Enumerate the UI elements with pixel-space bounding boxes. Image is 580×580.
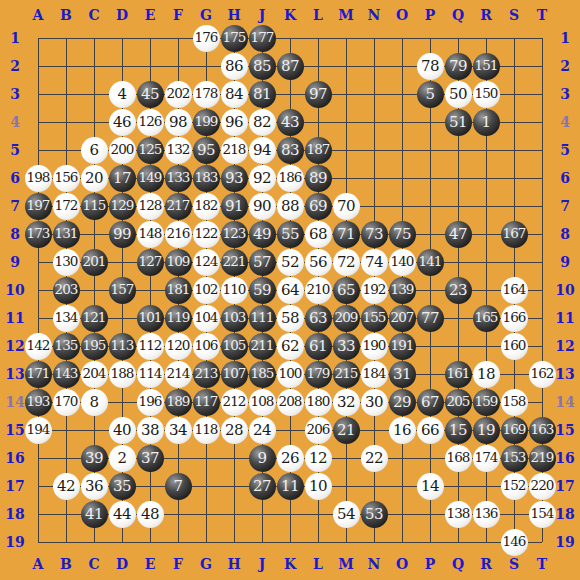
stone-black-73[interactable]: 73 [361,221,388,248]
stone-white-8[interactable]: 8 [81,389,108,416]
stone-black-9[interactable]: 9 [249,445,276,472]
stone-black-191[interactable]: 191 [389,333,416,360]
stone-black-185[interactable]: 185 [249,361,276,388]
stone-white-30[interactable]: 30 [361,389,388,416]
move-number: 41 [85,507,103,522]
stone-black-175[interactable]: 175 [221,25,248,52]
move-number: 89 [309,171,327,186]
stone-white-154[interactable]: 154 [529,501,556,528]
stone-black-129[interactable]: 129 [109,193,136,220]
stone-black-157[interactable]: 157 [109,277,136,304]
move-number: 177 [251,31,274,45]
move-number: 184 [363,367,386,381]
stone-white-156[interactable]: 156 [53,165,80,192]
stone-black-141[interactable]: 141 [417,249,444,276]
move-number: 115 [83,199,106,213]
stone-black-61[interactable]: 61 [305,333,332,360]
stone-white-186[interactable]: 186 [277,165,304,192]
stone-black-11[interactable]: 11 [277,473,304,500]
stone-black-105[interactable]: 105 [221,333,248,360]
move-number: 119 [167,311,190,325]
move-number: 87 [281,59,299,74]
move-number: 11 [281,479,299,494]
move-number: 140 [391,255,414,269]
move-number: 105 [223,339,246,353]
stone-black-189[interactable]: 189 [165,389,192,416]
stone-white-112[interactable]: 112 [137,333,164,360]
stone-white-212[interactable]: 212 [221,389,248,416]
stone-white-138[interactable]: 138 [445,501,472,528]
stone-black-151[interactable]: 151 [473,53,500,80]
stone-white-124[interactable]: 124 [193,249,220,276]
stone-black-209[interactable]: 209 [333,305,360,332]
stone-black-95[interactable]: 95 [193,137,220,164]
move-number: 191 [391,339,414,353]
stone-black-57[interactable]: 57 [249,249,276,276]
stone-black-179[interactable]: 179 [305,361,332,388]
stone-black-65[interactable]: 65 [333,277,360,304]
move-number: 73 [365,227,383,242]
stone-black-115[interactable]: 115 [81,193,108,220]
stone-white-196[interactable]: 196 [137,389,164,416]
stone-white-4[interactable]: 4 [109,81,136,108]
stone-white-122[interactable]: 122 [193,221,220,248]
stone-white-188[interactable]: 188 [109,361,136,388]
stone-white-128[interactable]: 128 [137,193,164,220]
move-number: 173 [27,227,50,241]
move-number: 169 [503,423,526,437]
stone-black-51[interactable]: 51 [445,109,472,136]
stone-black-21[interactable]: 21 [333,417,360,444]
stone-black-85[interactable]: 85 [249,53,276,80]
stone-black-183[interactable]: 183 [193,165,220,192]
stone-white-180[interactable]: 180 [305,389,332,416]
stone-black-177[interactable]: 177 [249,25,276,52]
move-number: 118 [195,423,218,437]
stone-white-136[interactable]: 136 [473,501,500,528]
stone-black-107[interactable]: 107 [221,361,248,388]
stone-black-47[interactable]: 47 [445,221,472,248]
stone-black-103[interactable]: 103 [221,305,248,332]
move-number: 79 [449,59,467,74]
stone-white-100[interactable]: 100 [277,361,304,388]
move-number: 12 [309,451,327,466]
move-number: 96 [225,115,243,130]
stone-black-71[interactable]: 71 [333,221,360,248]
stone-black-43[interactable]: 43 [277,109,304,136]
stone-white-90[interactable]: 90 [249,193,276,220]
move-number: 151 [475,59,498,73]
move-number: 114 [139,367,162,381]
stone-white-220[interactable]: 220 [529,473,556,500]
move-number: 49 [253,227,271,242]
stone-black-19[interactable]: 19 [473,417,500,444]
stone-black-153[interactable]: 153 [501,445,528,472]
stone-black-121[interactable]: 121 [81,305,108,332]
stone-black-93[interactable]: 93 [221,165,248,192]
stone-black-215[interactable]: 215 [333,361,360,388]
move-number: 134 [55,311,78,325]
stone-white-142[interactable]: 142 [25,333,52,360]
stone-black-41[interactable]: 41 [81,501,108,528]
move-number: 1 [481,115,490,130]
stone-black-39[interactable]: 39 [81,445,108,472]
move-number: 16 [393,423,411,438]
move-number: 53 [365,507,383,522]
stone-black-219[interactable]: 219 [529,445,556,472]
move-number: 129 [111,199,134,213]
stone-white-204[interactable]: 204 [81,361,108,388]
stone-black-193[interactable]: 193 [25,389,52,416]
move-number: 94 [253,143,271,158]
stone-white-96[interactable]: 96 [221,109,248,136]
stone-black-7[interactable]: 7 [165,473,192,500]
move-number: 206 [307,423,330,437]
stone-black-133[interactable]: 133 [165,165,192,192]
stone-white-78[interactable]: 78 [417,53,444,80]
move-number: 189 [167,395,190,409]
stone-black-197[interactable]: 197 [25,193,52,220]
stone-white-182[interactable]: 182 [193,193,220,220]
stone-white-108[interactable]: 108 [249,389,276,416]
move-number: 219 [531,451,554,465]
stone-white-164[interactable]: 164 [501,277,528,304]
stone-black-217[interactable]: 217 [165,193,192,220]
stone-black-113[interactable]: 113 [109,333,136,360]
move-number: 128 [139,199,162,213]
stone-black-201[interactable]: 201 [81,249,108,276]
stone-black-117[interactable]: 117 [193,389,220,416]
stone-white-46[interactable]: 46 [109,109,136,136]
stone-white-146[interactable]: 146 [501,529,528,556]
stone-white-126[interactable]: 126 [137,109,164,136]
stone-black-77[interactable]: 77 [417,305,444,332]
move-number: 107 [223,367,246,381]
move-number: 50 [449,87,467,102]
stone-white-170[interactable]: 170 [53,389,80,416]
stone-white-214[interactable]: 214 [165,361,192,388]
move-number: 164 [503,283,526,297]
stone-white-52[interactable]: 52 [277,249,304,276]
stone-white-88[interactable]: 88 [277,193,304,220]
stone-white-20[interactable]: 20 [81,165,108,192]
stone-white-216[interactable]: 216 [165,221,192,248]
stone-white-72[interactable]: 72 [333,249,360,276]
move-number: 211 [251,339,274,353]
stone-white-26[interactable]: 26 [277,445,304,472]
move-number: 33 [337,339,355,354]
move-number: 194 [27,423,50,437]
stone-black-155[interactable]: 155 [361,305,388,332]
move-number: 97 [309,87,327,102]
move-number: 69 [309,199,327,214]
stone-white-12[interactable]: 12 [305,445,332,472]
move-number: 37 [141,451,159,466]
stone-white-58[interactable]: 58 [277,305,304,332]
stone-white-120[interactable]: 120 [165,333,192,360]
stone-black-55[interactable]: 55 [277,221,304,248]
stone-black-27[interactable]: 27 [249,473,276,500]
stone-black-203[interactable]: 203 [53,277,80,304]
move-number: 77 [421,311,439,326]
stone-white-210[interactable]: 210 [305,277,332,304]
stone-white-218[interactable]: 218 [221,137,248,164]
stone-black-75[interactable]: 75 [389,221,416,248]
stone-white-94[interactable]: 94 [249,137,276,164]
stone-white-168[interactable]: 168 [445,445,472,472]
stone-black-97[interactable]: 97 [305,81,332,108]
move-number: 214 [167,367,190,381]
stone-white-192[interactable]: 192 [361,277,388,304]
stone-black-163[interactable]: 163 [529,417,556,444]
stone-white-62[interactable]: 62 [277,333,304,360]
stone-black-169[interactable]: 169 [501,417,528,444]
stone-white-106[interactable]: 106 [193,333,220,360]
move-number: 109 [167,255,190,269]
stone-black-17[interactable]: 17 [109,165,136,192]
stone-white-74[interactable]: 74 [361,249,388,276]
stone-black-35[interactable]: 35 [109,473,136,500]
stone-black-127[interactable]: 127 [137,249,164,276]
move-number: 85 [253,59,271,74]
stone-black-45[interactable]: 45 [137,81,164,108]
stone-white-208[interactable]: 208 [277,389,304,416]
stone-black-15[interactable]: 15 [445,417,472,444]
move-number: 99 [113,227,131,242]
stone-white-172[interactable]: 172 [53,193,80,220]
stone-black-125[interactable]: 125 [137,137,164,164]
move-number: 209 [335,311,358,325]
stone-black-165[interactable]: 165 [473,305,500,332]
stone-black-221[interactable]: 221 [221,249,248,276]
stone-white-110[interactable]: 110 [221,277,248,304]
stone-black-53[interactable]: 53 [361,501,388,528]
stone-black-81[interactable]: 81 [249,81,276,108]
stone-black-159[interactable]: 159 [473,389,500,416]
stone-black-91[interactable]: 91 [221,193,248,220]
stone-black-181[interactable]: 181 [165,277,192,304]
move-number: 36 [85,479,103,494]
stone-white-68[interactable]: 68 [305,221,332,248]
stone-white-190[interactable]: 190 [361,333,388,360]
coord-label: 8 [553,220,577,248]
stone-white-24[interactable]: 24 [249,417,276,444]
stone-white-44[interactable]: 44 [109,501,136,528]
stone-white-178[interactable]: 178 [193,81,220,108]
stone-black-89[interactable]: 89 [305,165,332,192]
move-number: 8 [89,395,98,410]
move-number: 59 [253,283,271,298]
stone-white-206[interactable]: 206 [305,417,332,444]
stone-black-63[interactable]: 63 [305,305,332,332]
stone-black-135[interactable]: 135 [53,333,80,360]
stone-white-86[interactable]: 86 [221,53,248,80]
move-number: 15 [449,423,467,438]
move-number: 131 [55,227,78,241]
move-number: 121 [83,311,106,325]
move-number: 4 [117,87,126,102]
stone-white-140[interactable]: 140 [389,249,416,276]
stone-white-36[interactable]: 36 [81,473,108,500]
stone-black-79[interactable]: 79 [445,53,472,80]
move-number: 39 [85,451,103,466]
stone-black-149[interactable]: 149 [137,165,164,192]
stone-black-161[interactable]: 161 [445,361,472,388]
stone-white-130[interactable]: 130 [53,249,80,276]
stone-white-152[interactable]: 152 [501,473,528,500]
stone-black-199[interactable]: 199 [193,109,220,136]
move-number: 45 [141,87,159,102]
stone-black-1[interactable]: 1 [473,109,500,136]
move-number: 31 [393,367,411,382]
stone-white-198[interactable]: 198 [25,165,52,192]
stone-white-166[interactable]: 166 [501,305,528,332]
stone-black-83[interactable]: 83 [277,137,304,164]
stone-white-70[interactable]: 70 [333,193,360,220]
stone-white-184[interactable]: 184 [361,361,388,388]
move-number: 23 [449,283,467,298]
stone-white-38[interactable]: 38 [137,417,164,444]
stone-black-87[interactable]: 87 [277,53,304,80]
stone-black-195[interactable]: 195 [81,333,108,360]
stone-black-187[interactable]: 187 [305,137,332,164]
stone-black-139[interactable]: 139 [389,277,416,304]
stone-white-28[interactable]: 28 [221,417,248,444]
stone-white-114[interactable]: 114 [137,361,164,388]
stone-white-194[interactable]: 194 [25,417,52,444]
stone-white-32[interactable]: 32 [333,389,360,416]
stone-black-173[interactable]: 173 [25,221,52,248]
stone-white-10[interactable]: 10 [305,473,332,500]
move-number: 46 [113,115,131,130]
move-number: 90 [253,199,271,214]
coord-label: 5 [553,136,577,164]
stone-white-16[interactable]: 16 [389,417,416,444]
stone-white-200[interactable]: 200 [109,137,136,164]
stone-white-56[interactable]: 56 [305,249,332,276]
stone-white-174[interactable]: 174 [473,445,500,472]
stone-white-134[interactable]: 134 [53,305,80,332]
stone-white-40[interactable]: 40 [109,417,136,444]
stone-black-213[interactable]: 213 [193,361,220,388]
stone-black-101[interactable]: 101 [137,305,164,332]
move-number: 86 [225,59,243,74]
stone-black-207[interactable]: 207 [389,305,416,332]
stone-black-49[interactable]: 49 [249,221,276,248]
stone-white-162[interactable]: 162 [529,361,556,388]
stone-black-119[interactable]: 119 [165,305,192,332]
move-number: 125 [139,143,162,157]
move-number: 216 [167,227,190,241]
move-number: 22 [365,451,383,466]
stone-white-176[interactable]: 176 [193,25,220,52]
stone-black-131[interactable]: 131 [53,221,80,248]
stone-black-205[interactable]: 205 [445,389,472,416]
stone-black-123[interactable]: 123 [221,221,248,248]
move-number: 126 [139,115,162,129]
move-number: 130 [55,255,78,269]
move-number: 124 [195,255,218,269]
move-number: 42 [57,479,75,494]
stone-black-23[interactable]: 23 [445,277,472,304]
stone-black-37[interactable]: 37 [137,445,164,472]
move-number: 56 [309,255,327,270]
move-number: 205 [447,395,470,409]
stone-white-84[interactable]: 84 [221,81,248,108]
move-number: 54 [337,507,355,522]
stone-white-48[interactable]: 48 [137,501,164,528]
move-number: 199 [195,115,218,129]
stone-white-50[interactable]: 50 [445,81,472,108]
move-number: 218 [223,143,246,157]
stone-black-33[interactable]: 33 [333,333,360,360]
stone-black-69[interactable]: 69 [305,193,332,220]
move-number: 88 [281,199,299,214]
stone-white-64[interactable]: 64 [277,277,304,304]
stone-white-54[interactable]: 54 [333,501,360,528]
move-number: 98 [169,115,187,130]
move-number: 155 [363,311,386,325]
stone-white-42[interactable]: 42 [53,473,80,500]
stone-black-99[interactable]: 99 [109,221,136,248]
stone-white-14[interactable]: 14 [417,473,444,500]
stone-black-31[interactable]: 31 [389,361,416,388]
stone-white-132[interactable]: 132 [165,137,192,164]
stone-white-22[interactable]: 22 [361,445,388,472]
stone-black-167[interactable]: 167 [501,221,528,248]
stone-white-34[interactable]: 34 [165,417,192,444]
stone-black-111[interactable]: 111 [249,305,276,332]
stone-white-102[interactable]: 102 [193,277,220,304]
move-number: 142 [27,339,50,353]
stone-black-29[interactable]: 29 [389,389,416,416]
stone-white-118[interactable]: 118 [193,417,220,444]
board-grid[interactable]: 1761751778685877879151445202178848197550… [24,24,556,556]
move-number: 220 [531,479,554,493]
move-number: 24 [253,423,271,438]
stone-white-150[interactable]: 150 [473,81,500,108]
stone-white-158[interactable]: 158 [501,389,528,416]
stone-white-18[interactable]: 18 [473,361,500,388]
stone-white-2[interactable]: 2 [109,445,136,472]
move-number: 148 [139,227,162,241]
stone-white-160[interactable]: 160 [501,333,528,360]
stone-black-171[interactable]: 171 [25,361,52,388]
stone-white-104[interactable]: 104 [193,305,220,332]
stone-black-109[interactable]: 109 [165,249,192,276]
move-number: 75 [393,227,411,242]
stone-white-202[interactable]: 202 [165,81,192,108]
move-number: 62 [281,339,299,354]
stone-white-66[interactable]: 66 [417,417,444,444]
stone-black-67[interactable]: 67 [417,389,444,416]
stone-black-5[interactable]: 5 [417,81,444,108]
stone-white-148[interactable]: 148 [137,221,164,248]
move-number: 44 [113,507,131,522]
stone-black-211[interactable]: 211 [249,333,276,360]
stone-black-59[interactable]: 59 [249,277,276,304]
stone-white-6[interactable]: 6 [81,137,108,164]
stone-white-82[interactable]: 82 [249,109,276,136]
stone-black-143[interactable]: 143 [53,361,80,388]
stone-white-92[interactable]: 92 [249,165,276,192]
move-number: 117 [195,395,218,409]
move-number: 63 [309,311,327,326]
move-number: 146 [503,535,526,549]
move-number: 95 [197,143,215,158]
stone-white-98[interactable]: 98 [165,109,192,136]
move-number: 17 [113,171,131,186]
